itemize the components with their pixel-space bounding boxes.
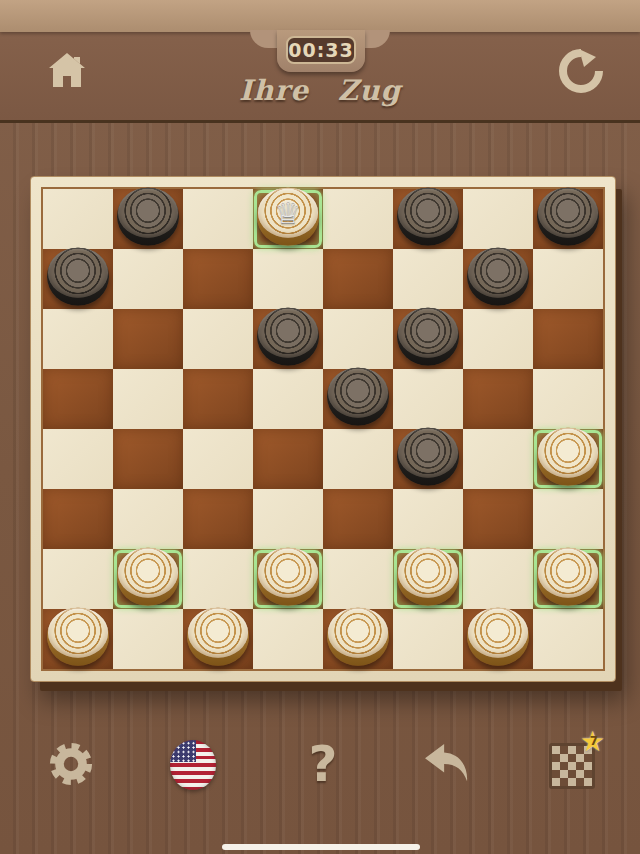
cell-r4c7[interactable] xyxy=(463,369,533,429)
star-count: 7 xyxy=(580,734,608,748)
cell-r2c6 xyxy=(393,249,463,309)
cell-r6c4 xyxy=(253,489,323,549)
cell-r3c4[interactable] xyxy=(253,309,323,369)
piece-face xyxy=(468,248,528,298)
black-man[interactable] xyxy=(257,308,319,366)
cell-r5c3 xyxy=(183,429,253,489)
white-man[interactable] xyxy=(187,608,249,666)
white-king[interactable]: ♕ xyxy=(257,188,319,246)
timer-badge: 00:33 xyxy=(286,36,356,64)
cell-r3c3 xyxy=(183,309,253,369)
cell-r8c4 xyxy=(253,609,323,669)
black-man[interactable] xyxy=(327,368,389,426)
white-man[interactable] xyxy=(397,548,459,606)
refresh-icon xyxy=(558,48,604,94)
cell-r3c2[interactable] xyxy=(113,309,183,369)
cell-r2c1[interactable] xyxy=(43,249,113,309)
cell-r6c3[interactable] xyxy=(183,489,253,549)
cell-r7c5 xyxy=(323,549,393,609)
crown-icon: ♕ xyxy=(275,198,302,228)
piece-face: ♕ xyxy=(258,188,318,238)
black-man[interactable] xyxy=(537,188,599,246)
cell-r7c3 xyxy=(183,549,253,609)
timer-value: 00:33 xyxy=(288,39,353,61)
cell-r1c7 xyxy=(463,189,533,249)
black-man[interactable] xyxy=(397,428,459,486)
cell-r8c3[interactable] xyxy=(183,609,253,669)
cell-r3c5 xyxy=(323,309,393,369)
cell-r8c7[interactable] xyxy=(463,609,533,669)
cell-r5c1 xyxy=(43,429,113,489)
cell-r1c3 xyxy=(183,189,253,249)
white-man[interactable] xyxy=(117,548,179,606)
cell-r2c5[interactable] xyxy=(323,249,393,309)
home-indicator[interactable] xyxy=(222,844,420,850)
cell-r5c5 xyxy=(323,429,393,489)
cell-r1c5 xyxy=(323,189,393,249)
cell-r5c4[interactable] xyxy=(253,429,323,489)
settings-button[interactable] xyxy=(48,741,94,787)
cell-r7c6[interactable] xyxy=(393,549,463,609)
piece-face xyxy=(398,188,458,238)
piece-face xyxy=(188,608,248,658)
star-badge: ★ 7 xyxy=(580,728,608,756)
cell-r4c2 xyxy=(113,369,183,429)
cell-r2c4 xyxy=(253,249,323,309)
top-wood-strip xyxy=(0,0,640,32)
white-man[interactable] xyxy=(537,548,599,606)
cell-r8c8 xyxy=(533,609,603,669)
cell-r5c6[interactable] xyxy=(393,429,463,489)
cell-r6c2 xyxy=(113,489,183,549)
cell-r5c2[interactable] xyxy=(113,429,183,489)
cell-r1c1 xyxy=(43,189,113,249)
cell-r7c7 xyxy=(463,549,533,609)
cell-r4c6 xyxy=(393,369,463,429)
cell-r7c2[interactable] xyxy=(113,549,183,609)
us-flag-icon xyxy=(170,740,196,762)
piece-face xyxy=(398,548,458,598)
app-screen: 00:33 Ihre Zug ♕ ? ★ xyxy=(0,0,640,854)
cell-r6c6 xyxy=(393,489,463,549)
home-icon xyxy=(46,50,88,90)
cell-r4c4 xyxy=(253,369,323,429)
piece-face xyxy=(48,608,108,658)
cell-r1c8[interactable] xyxy=(533,189,603,249)
cell-r8c2 xyxy=(113,609,183,669)
cell-r6c7[interactable] xyxy=(463,489,533,549)
cell-r3c6[interactable] xyxy=(393,309,463,369)
piece-face xyxy=(118,548,178,598)
white-man[interactable] xyxy=(537,428,599,486)
cell-r2c7[interactable] xyxy=(463,249,533,309)
cell-r5c7 xyxy=(463,429,533,489)
cell-r8c1[interactable] xyxy=(43,609,113,669)
black-man[interactable] xyxy=(397,308,459,366)
checkers-board: ♕ xyxy=(30,176,616,682)
cell-r2c8 xyxy=(533,249,603,309)
cell-r3c8[interactable] xyxy=(533,309,603,369)
refresh-button[interactable] xyxy=(558,48,604,98)
cell-r4c8 xyxy=(533,369,603,429)
cell-r6c8 xyxy=(533,489,603,549)
black-man[interactable] xyxy=(467,248,529,306)
black-man[interactable] xyxy=(117,188,179,246)
white-man[interactable] xyxy=(467,608,529,666)
undo-arrow-icon xyxy=(423,742,471,784)
cell-r1c6[interactable] xyxy=(393,189,463,249)
piece-face xyxy=(398,428,458,478)
piece-face xyxy=(538,188,598,238)
cell-r6c1[interactable] xyxy=(43,489,113,549)
cell-r3c1 xyxy=(43,309,113,369)
cell-r2c2 xyxy=(113,249,183,309)
cell-r8c5[interactable] xyxy=(323,609,393,669)
cell-r7c1 xyxy=(43,549,113,609)
home-button[interactable] xyxy=(46,50,88,94)
cell-r1c4[interactable]: ♕ xyxy=(253,189,323,249)
language-button[interactable] xyxy=(170,740,216,790)
white-man[interactable] xyxy=(327,608,389,666)
board-grid: ♕ xyxy=(41,187,605,671)
piece-face xyxy=(328,608,388,658)
white-man[interactable] xyxy=(257,548,319,606)
piece-face xyxy=(328,368,388,418)
piece-face xyxy=(258,548,318,598)
piece-face xyxy=(48,248,108,298)
cell-r6c5[interactable] xyxy=(323,489,393,549)
cell-r7c8[interactable] xyxy=(533,549,603,609)
cell-r5c8[interactable] xyxy=(533,429,603,489)
gear-icon xyxy=(48,741,94,787)
status-text: Ihre Zug xyxy=(0,74,640,107)
white-man[interactable] xyxy=(47,608,109,666)
help-button[interactable]: ? xyxy=(305,735,341,795)
piece-face xyxy=(258,308,318,358)
piece-face xyxy=(538,428,598,478)
cell-r2c3[interactable] xyxy=(183,249,253,309)
question-mark-icon: ? xyxy=(308,735,337,793)
piece-face xyxy=(538,548,598,598)
cell-r1c2[interactable] xyxy=(113,189,183,249)
cell-r3c7 xyxy=(463,309,533,369)
black-man[interactable] xyxy=(47,248,109,306)
cell-r8c6 xyxy=(393,609,463,669)
cell-r7c4[interactable] xyxy=(253,549,323,609)
black-man[interactable] xyxy=(397,188,459,246)
cell-r4c3[interactable] xyxy=(183,369,253,429)
puzzles-button[interactable]: ★ 7 xyxy=(549,743,595,789)
cell-r4c5[interactable] xyxy=(323,369,393,429)
cell-r4c1[interactable] xyxy=(43,369,113,429)
piece-face xyxy=(118,188,178,238)
piece-face xyxy=(468,608,528,658)
undo-button[interactable] xyxy=(423,742,471,784)
piece-face xyxy=(398,308,458,358)
